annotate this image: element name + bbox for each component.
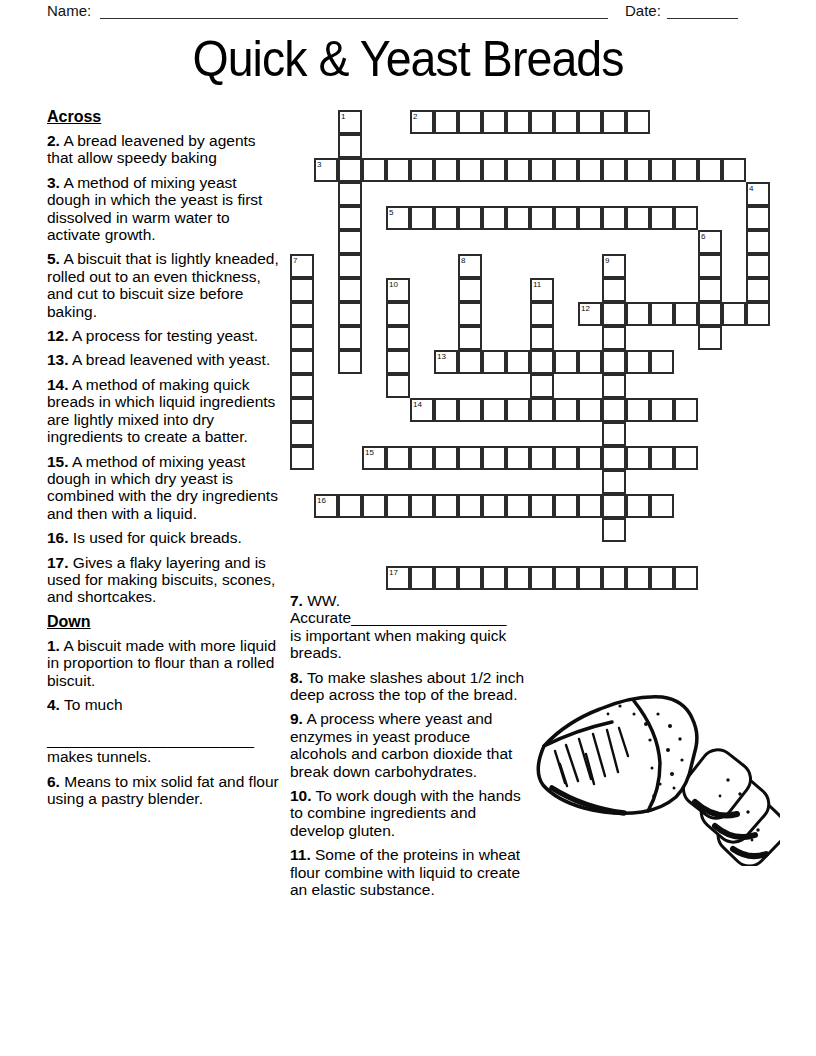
- grid-cell[interactable]: [650, 350, 674, 374]
- clue-number-label: 9.: [290, 710, 303, 727]
- grid-cell[interactable]: [434, 446, 458, 470]
- date-label: Date:: [625, 2, 661, 19]
- grid-cell[interactable]: 6: [698, 230, 722, 254]
- grid-cell[interactable]: [530, 206, 554, 230]
- clue-number: 4: [749, 184, 753, 193]
- grid-cell[interactable]: [554, 206, 578, 230]
- grid-cell[interactable]: [362, 158, 386, 182]
- grid-cell[interactable]: [386, 350, 410, 374]
- grid-cell[interactable]: 1: [338, 110, 362, 134]
- grid-cell[interactable]: [434, 566, 458, 590]
- grid-cell[interactable]: [626, 206, 650, 230]
- grid-cell[interactable]: [554, 494, 578, 518]
- grid-cell[interactable]: [338, 254, 362, 278]
- grid-cell[interactable]: [650, 398, 674, 422]
- grid-cell[interactable]: [530, 350, 554, 374]
- grid-cell[interactable]: [482, 494, 506, 518]
- clue-number-label: 15.: [47, 453, 69, 470]
- grid-cell[interactable]: [602, 302, 626, 326]
- grid-cell[interactable]: [626, 494, 650, 518]
- grid-cell[interactable]: [506, 158, 530, 182]
- grid-cell[interactable]: [530, 110, 554, 134]
- grid-cell[interactable]: [698, 302, 722, 326]
- clue-number: 17: [389, 568, 398, 577]
- grid-cell[interactable]: [530, 302, 554, 326]
- grid-cell[interactable]: [458, 158, 482, 182]
- grid-cell[interactable]: [578, 566, 602, 590]
- grid-cell[interactable]: [722, 158, 746, 182]
- bread-illustration: [522, 684, 780, 866]
- grid-cell[interactable]: [338, 494, 362, 518]
- clue-number: 8: [461, 256, 465, 265]
- grid-cell[interactable]: [482, 566, 506, 590]
- grid-cell[interactable]: [410, 158, 434, 182]
- name-label: Name:: [47, 2, 91, 19]
- grid-cell[interactable]: [626, 446, 650, 470]
- grid-cell[interactable]: [458, 446, 482, 470]
- grid-cell[interactable]: [386, 158, 410, 182]
- grid-cell[interactable]: [650, 566, 674, 590]
- clue-8: 8. To make slashes about 1/2 inch deep a…: [290, 669, 530, 704]
- grid-cell[interactable]: [338, 182, 362, 206]
- clue-number-label: 4.: [47, 696, 60, 713]
- grid-cell[interactable]: 5: [386, 206, 410, 230]
- grid-cell[interactable]: [386, 494, 410, 518]
- grid-cell[interactable]: [482, 206, 506, 230]
- clue-5: 5. A biscuit that is lightly kneaded, ro…: [47, 250, 279, 320]
- down-header: Down: [47, 613, 279, 631]
- clue-12: 12. A process for testing yeast.: [47, 327, 279, 344]
- grid-cell[interactable]: [506, 206, 530, 230]
- clue-number-label: 12.: [47, 327, 69, 344]
- grid-cell[interactable]: [650, 302, 674, 326]
- grid-cell[interactable]: [578, 494, 602, 518]
- grid-cell[interactable]: [602, 158, 626, 182]
- grid-cell[interactable]: [578, 398, 602, 422]
- grid-cell[interactable]: [626, 566, 650, 590]
- grid-cell[interactable]: [386, 302, 410, 326]
- down-clues-first-group: 1. A biscuit made with more liquid in pr…: [47, 637, 279, 808]
- clue-number-label: 13.: [47, 351, 69, 368]
- clue-number: 6: [701, 232, 705, 241]
- grid-cell[interactable]: [578, 446, 602, 470]
- grid-cell[interactable]: [530, 326, 554, 350]
- grid-cell[interactable]: [458, 326, 482, 350]
- clue-1: 1. A biscuit made with more liquid in pr…: [47, 637, 279, 689]
- clue-7: 7. WW. Accurate__________________ is imp…: [290, 592, 530, 662]
- grid-cell[interactable]: [698, 254, 722, 278]
- grid-cell[interactable]: [362, 494, 386, 518]
- grid-cell[interactable]: [698, 326, 722, 350]
- grid-cell[interactable]: [650, 446, 674, 470]
- grid-cell[interactable]: [674, 302, 698, 326]
- clue-17: 17. Gives a flaky layering and is used f…: [47, 554, 279, 606]
- grid-cell[interactable]: [698, 278, 722, 302]
- clue-number-label: 1.: [47, 637, 60, 654]
- clue-number: 1: [341, 112, 345, 121]
- grid-cell[interactable]: [386, 326, 410, 350]
- grid-cell[interactable]: [530, 398, 554, 422]
- grid-cell[interactable]: [338, 278, 362, 302]
- clue-16: 16. Is used for quick breads.: [47, 529, 279, 546]
- grid-cell[interactable]: [578, 206, 602, 230]
- grid-cell[interactable]: [290, 302, 314, 326]
- grid-cell[interactable]: [602, 206, 626, 230]
- grid-cell[interactable]: [290, 446, 314, 470]
- grid-cell[interactable]: [506, 398, 530, 422]
- clue-10: 10. To work dough with the hands to comb…: [290, 787, 530, 839]
- clue-number: 12: [581, 304, 590, 313]
- middle-clue-column: 7. WW. Accurate__________________ is imp…: [290, 592, 530, 906]
- grid-cell[interactable]: [290, 278, 314, 302]
- grid-cell[interactable]: 12: [578, 302, 602, 326]
- grid-cell[interactable]: 9: [602, 254, 626, 278]
- clue-number: 10: [389, 280, 398, 289]
- grid-cell[interactable]: 3: [314, 158, 338, 182]
- grid-cell[interactable]: [602, 398, 626, 422]
- grid-cell[interactable]: [458, 302, 482, 326]
- grid-cell[interactable]: [746, 302, 770, 326]
- grid-cell[interactable]: [386, 446, 410, 470]
- clue-4: 4. To much ________________________ make…: [47, 696, 279, 766]
- grid-cell[interactable]: [674, 446, 698, 470]
- across-clues: 2. A bread leavened by agents that allow…: [47, 132, 279, 606]
- grid-cell[interactable]: [338, 134, 362, 158]
- clue-number-label: 16.: [47, 529, 69, 546]
- name-blank-line: [100, 0, 608, 19]
- clue-number: 9: [605, 256, 609, 265]
- clue-number: 14: [413, 400, 422, 409]
- grid-cell[interactable]: [506, 350, 530, 374]
- grid-cell[interactable]: [506, 494, 530, 518]
- left-clue-column: Across 2. A bread leavened by agents tha…: [47, 108, 279, 814]
- grid-cell[interactable]: [578, 110, 602, 134]
- grid-cell[interactable]: [698, 158, 722, 182]
- grid-cell[interactable]: 4: [746, 182, 770, 206]
- grid-cell[interactable]: [650, 494, 674, 518]
- grid-cell[interactable]: 2: [410, 110, 434, 134]
- grid-cell[interactable]: 13: [434, 350, 458, 374]
- grid-cell[interactable]: [458, 494, 482, 518]
- clue-number-label: 17.: [47, 554, 69, 571]
- grid-cell[interactable]: [290, 422, 314, 446]
- clue-2: 2. A bread leavened by agents that allow…: [47, 132, 279, 167]
- grid-cell[interactable]: [650, 158, 674, 182]
- grid-cell[interactable]: [602, 326, 626, 350]
- clue-number-label: 3.: [47, 174, 60, 191]
- grid-cell[interactable]: [458, 278, 482, 302]
- clue-number: 3: [317, 160, 321, 169]
- clue-number-label: 10.: [290, 787, 312, 804]
- grid-cell[interactable]: [554, 110, 578, 134]
- grid-cell[interactable]: [290, 350, 314, 374]
- grid-cell[interactable]: [482, 350, 506, 374]
- grid-cell[interactable]: [410, 566, 434, 590]
- grid-cell[interactable]: [602, 446, 626, 470]
- crossword-grid: 1234567891011121314151617: [290, 110, 772, 592]
- clue-number: 7: [293, 256, 297, 265]
- grid-cell[interactable]: 10: [386, 278, 410, 302]
- grid-cell[interactable]: 7: [290, 254, 314, 278]
- grid-cell[interactable]: [626, 398, 650, 422]
- grid-cell[interactable]: [674, 398, 698, 422]
- grid-cell[interactable]: [602, 518, 626, 542]
- grid-cell[interactable]: [626, 350, 650, 374]
- grid-cell[interactable]: [530, 566, 554, 590]
- clue-number: 2: [413, 112, 417, 121]
- grid-cell[interactable]: [410, 206, 434, 230]
- clue-number-label: 14.: [47, 376, 69, 393]
- clue-number: 5: [389, 208, 393, 217]
- grid-cell[interactable]: [746, 278, 770, 302]
- clue-number-label: 5.: [47, 250, 60, 267]
- grid-cell[interactable]: [554, 566, 578, 590]
- grid-cell[interactable]: [290, 374, 314, 398]
- grid-cell[interactable]: [746, 206, 770, 230]
- grid-cell[interactable]: [746, 230, 770, 254]
- grid-cell[interactable]: [602, 374, 626, 398]
- grid-cell[interactable]: [290, 398, 314, 422]
- grid-cell[interactable]: [554, 398, 578, 422]
- grid-cell[interactable]: [290, 326, 314, 350]
- grid-cell[interactable]: [626, 158, 650, 182]
- clue-number-label: 7.: [290, 592, 303, 609]
- grid-cell[interactable]: 14: [410, 398, 434, 422]
- grid-cell[interactable]: [410, 494, 434, 518]
- grid-cell[interactable]: [434, 110, 458, 134]
- grid-cell[interactable]: [458, 398, 482, 422]
- grid-cell[interactable]: 16: [314, 494, 338, 518]
- grid-cell[interactable]: [530, 158, 554, 182]
- grid-cell[interactable]: [602, 494, 626, 518]
- grid-cell[interactable]: [626, 302, 650, 326]
- grid-cell[interactable]: [338, 158, 362, 182]
- clue-9: 9. A process where yeast and enzymes in …: [290, 710, 530, 780]
- grid-cell[interactable]: [674, 206, 698, 230]
- date-blank-line: [667, 0, 738, 19]
- clue-11: 11. Some of the proteins in wheat flour …: [290, 846, 530, 898]
- grid-cell[interactable]: [458, 350, 482, 374]
- grid-cell[interactable]: [602, 110, 626, 134]
- bread-loaf: [538, 697, 697, 814]
- grid-cell[interactable]: [554, 350, 578, 374]
- grid-cell[interactable]: [458, 110, 482, 134]
- clue-6: 6. Means to mix solid fat and flour usin…: [47, 773, 279, 808]
- grid-cell[interactable]: [506, 566, 530, 590]
- grid-cell[interactable]: [458, 566, 482, 590]
- grid-cell[interactable]: [602, 566, 626, 590]
- clue-number-label: 6.: [47, 773, 60, 790]
- grid-cell[interactable]: [554, 158, 578, 182]
- across-header: Across: [47, 108, 279, 126]
- grid-cell[interactable]: 11: [530, 278, 554, 302]
- clue-number-label: 8.: [290, 669, 303, 686]
- grid-cell[interactable]: [434, 206, 458, 230]
- grid-cell[interactable]: [338, 302, 362, 326]
- grid-cell[interactable]: [386, 374, 410, 398]
- down-clues-second-group: 7. WW. Accurate__________________ is imp…: [290, 592, 530, 899]
- page-title: Quick & Yeast Breads: [29, 30, 788, 88]
- clue-3: 3. A method of mixing yeast dough in whi…: [47, 174, 279, 244]
- clue-number-label: 11.: [290, 846, 311, 863]
- clue-14: 14. A method of making quick breads in w…: [47, 376, 279, 446]
- grid-cell[interactable]: [554, 446, 578, 470]
- grid-cell[interactable]: [578, 350, 602, 374]
- grid-cell[interactable]: [482, 446, 506, 470]
- grid-cell[interactable]: [482, 398, 506, 422]
- clue-number: 11: [533, 280, 541, 289]
- grid-cell[interactable]: [434, 158, 458, 182]
- clue-number: 15: [365, 448, 374, 457]
- grid-cell[interactable]: [602, 422, 626, 446]
- grid-cell[interactable]: [338, 206, 362, 230]
- grid-cell[interactable]: [626, 110, 650, 134]
- clue-13: 13. A bread leavened with yeast.: [47, 351, 279, 368]
- grid-cell[interactable]: 15: [362, 446, 386, 470]
- grid-cell[interactable]: [674, 566, 698, 590]
- grid-cell[interactable]: [482, 158, 506, 182]
- grid-cell[interactable]: [506, 446, 530, 470]
- grid-cell[interactable]: [578, 158, 602, 182]
- grid-cell[interactable]: [338, 230, 362, 254]
- grid-cell[interactable]: [338, 326, 362, 350]
- grid-cell[interactable]: [602, 470, 626, 494]
- clue-number: 16: [317, 496, 326, 505]
- grid-cell[interactable]: [746, 254, 770, 278]
- clue-number-label: 2.: [47, 132, 60, 149]
- grid-cell[interactable]: [410, 446, 434, 470]
- grid-cell[interactable]: [338, 350, 362, 374]
- grid-cell[interactable]: [482, 110, 506, 134]
- grid-cell[interactable]: [434, 494, 458, 518]
- grid-cell[interactable]: [434, 398, 458, 422]
- grid-cell[interactable]: [650, 206, 674, 230]
- grid-cell[interactable]: [530, 374, 554, 398]
- grid-cell[interactable]: [722, 302, 746, 326]
- grid-cell[interactable]: [530, 446, 554, 470]
- grid-cell[interactable]: 17: [386, 566, 410, 590]
- clue-number: 13: [437, 352, 446, 361]
- grid-cell[interactable]: [674, 158, 698, 182]
- grid-cell[interactable]: [602, 350, 626, 374]
- clue-15: 15. A method of mixing yeast dough in wh…: [47, 453, 279, 523]
- grid-cell[interactable]: [530, 494, 554, 518]
- grid-cell[interactable]: [602, 278, 626, 302]
- grid-cell[interactable]: 8: [458, 254, 482, 278]
- grid-cell[interactable]: [458, 206, 482, 230]
- grid-cell[interactable]: [506, 110, 530, 134]
